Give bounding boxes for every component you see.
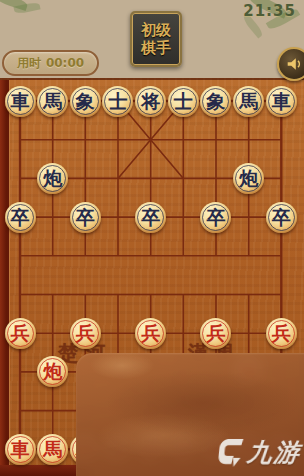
piece-red-兵[interactable]: 兵 (266, 318, 297, 349)
piece-black-卒[interactable]: 卒 (200, 202, 231, 233)
piece-black-車[interactable]: 車 (5, 86, 36, 117)
system-clock: 21:35 (243, 2, 296, 20)
piece-black-炮[interactable]: 炮 (233, 163, 264, 194)
game-screen: 21:35 初级 棋手 用时 00:00 (0, 0, 304, 476)
rank-badge-line1: 初级 (141, 21, 171, 39)
jiuyou-logo-icon (216, 438, 244, 467)
timer-label: 用时 (17, 55, 41, 72)
piece-red-兵[interactable]: 兵 (135, 318, 166, 349)
piece-black-象[interactable]: 象 (200, 86, 231, 117)
speaker-icon (285, 55, 303, 73)
piece-red-兵[interactable]: 兵 (70, 318, 101, 349)
piece-red-兵[interactable]: 兵 (5, 318, 36, 349)
piece-black-卒[interactable]: 卒 (135, 202, 166, 233)
rank-badge: 初级 棋手 (130, 11, 182, 67)
elapsed-time-pill: 用时 00:00 (2, 50, 99, 76)
piece-red-馬[interactable]: 馬 (37, 434, 68, 465)
piece-black-卒[interactable]: 卒 (5, 202, 36, 233)
piece-black-車[interactable]: 車 (266, 86, 297, 117)
piece-black-士[interactable]: 士 (102, 86, 133, 117)
piece-red-車[interactable]: 車 (5, 434, 36, 465)
piece-black-象[interactable]: 象 (70, 86, 101, 117)
rank-badge-line2: 棋手 (141, 39, 171, 57)
piece-black-炮[interactable]: 炮 (37, 163, 68, 194)
piece-red-兵[interactable]: 兵 (200, 318, 231, 349)
piece-black-馬[interactable]: 馬 (233, 86, 264, 117)
piece-black-馬[interactable]: 馬 (37, 86, 68, 117)
watermark-text: 九游 (245, 436, 302, 469)
piece-black-士[interactable]: 士 (168, 86, 199, 117)
sound-button[interactable] (277, 47, 304, 81)
piece-black-将[interactable]: 将 (135, 86, 166, 117)
piece-black-卒[interactable]: 卒 (266, 202, 297, 233)
timer-value: 00:00 (46, 56, 84, 70)
board-frame-left (0, 80, 10, 476)
piece-black-卒[interactable]: 卒 (70, 202, 101, 233)
watermark: 九游 (216, 436, 302, 469)
